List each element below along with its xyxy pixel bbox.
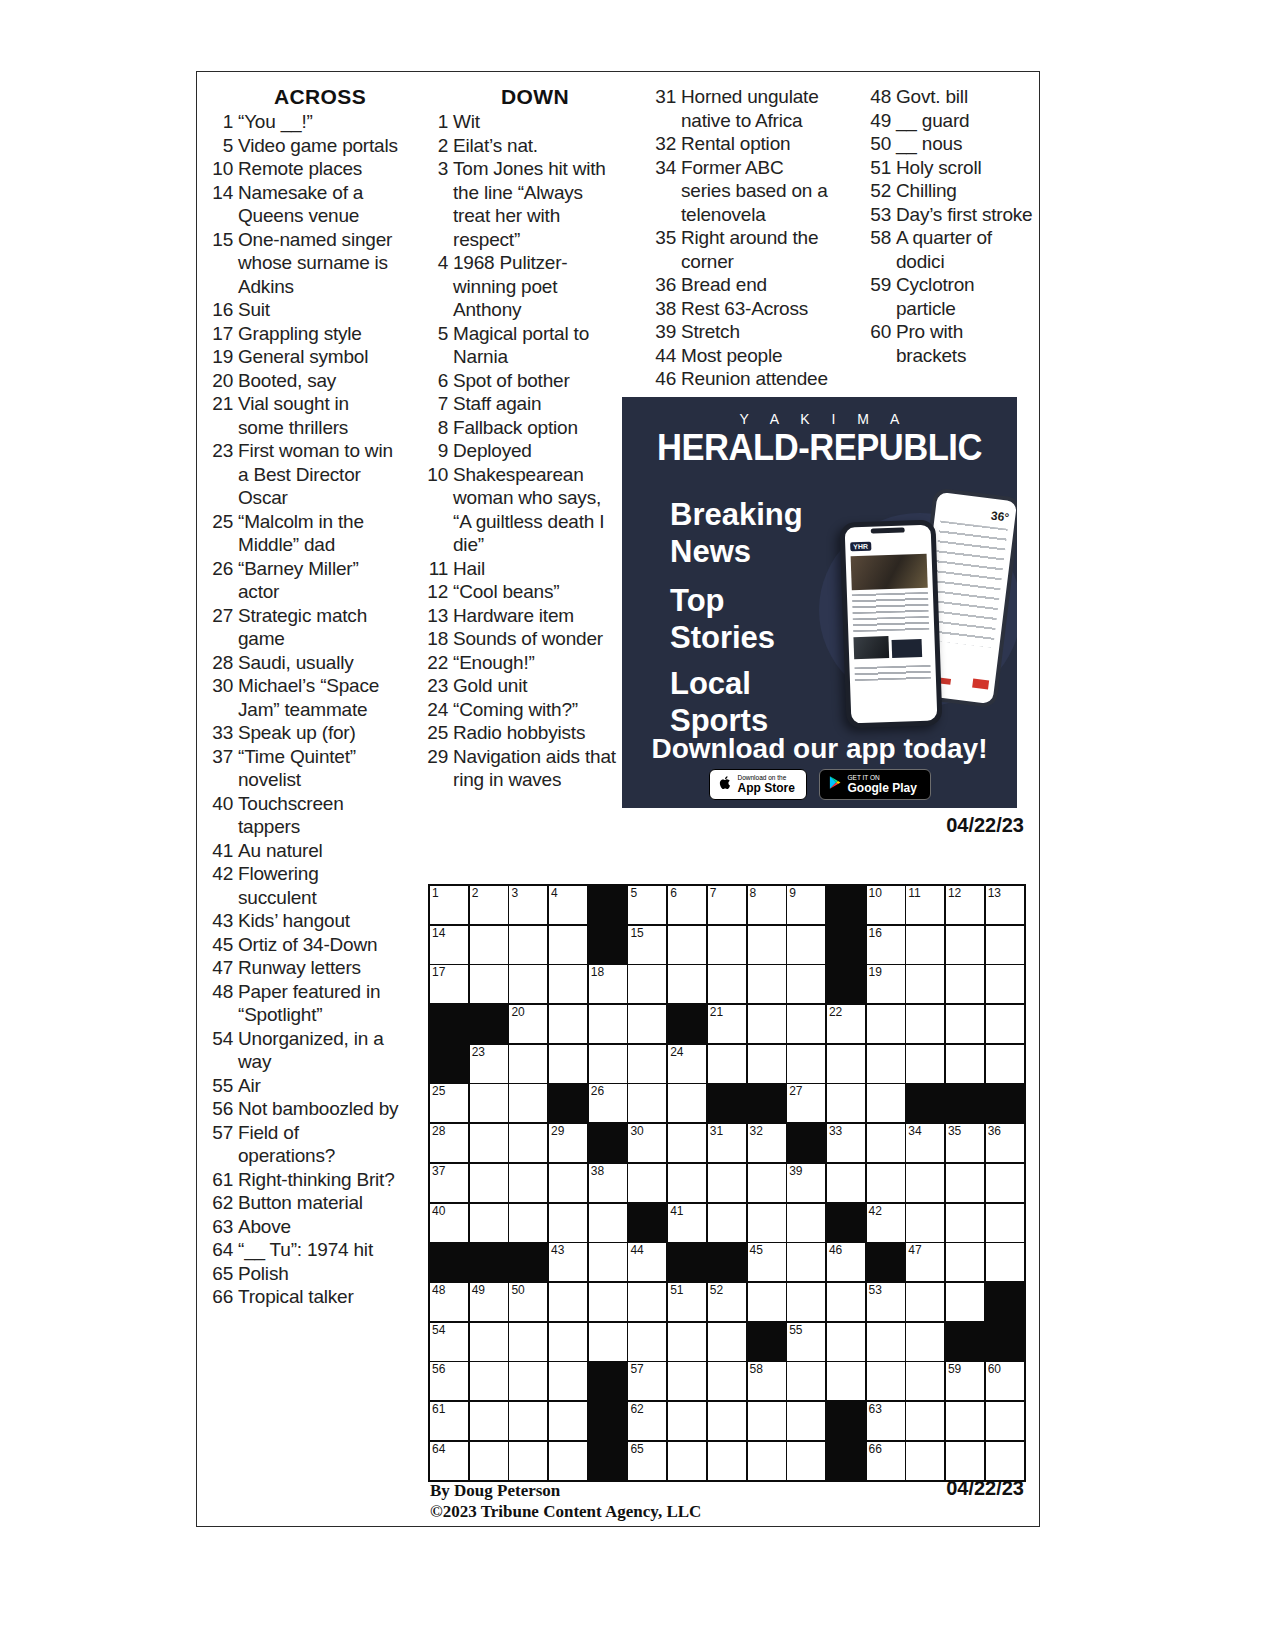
- clue-number: 62: [202, 1191, 238, 1215]
- cell-number: 34: [908, 1124, 921, 1138]
- grid-cell[interactable]: [549, 1442, 587, 1480]
- cell-number: 49: [472, 1283, 485, 1297]
- clue: 36Bread end: [645, 273, 837, 297]
- grid-cell[interactable]: 46: [827, 1243, 865, 1281]
- clue: 50__ nous: [860, 132, 1038, 156]
- clue-text: Reunion attendee: [681, 367, 837, 391]
- grid-cell[interactable]: 49: [470, 1283, 508, 1321]
- grid-cell[interactable]: 31: [708, 1124, 746, 1162]
- grid-cell[interactable]: 45: [748, 1243, 786, 1281]
- grid-cell[interactable]: 2: [470, 886, 508, 924]
- grid-cell[interactable]: 35: [946, 1124, 984, 1162]
- clue: 31Horned ungulate native to Africa: [645, 85, 837, 132]
- grid-cell[interactable]: [867, 1164, 905, 1202]
- clue: 21Vial sought in some thrillers: [202, 392, 399, 439]
- cell-number: 59: [948, 1362, 961, 1376]
- clue-text: Suit: [238, 298, 399, 322]
- grid-cell[interactable]: [470, 1164, 508, 1202]
- grid-cell[interactable]: 41: [668, 1204, 706, 1242]
- phone-mockup-news: YHR: [839, 519, 942, 728]
- clue: 3Tom Jones hit with the line “Always tre…: [417, 157, 616, 251]
- grid-cell[interactable]: [628, 1283, 666, 1321]
- grid-cell[interactable]: [748, 965, 786, 1003]
- clue-number: 37: [202, 745, 238, 769]
- grid-cell[interactable]: [787, 1204, 825, 1242]
- grid-cell[interactable]: [906, 965, 944, 1003]
- clue: 45Ortiz of 34-Down: [202, 933, 399, 957]
- grid-cell[interactable]: 24: [668, 1045, 706, 1083]
- clue: 7Staff again: [417, 392, 616, 416]
- grid-cell[interactable]: [906, 926, 944, 964]
- grid-cell[interactable]: 38: [589, 1164, 627, 1202]
- clue-number: 26: [202, 557, 238, 581]
- clue: 8Fallback option: [417, 416, 616, 440]
- grid-cell[interactable]: 28: [430, 1124, 468, 1162]
- grid-cell[interactable]: 57: [628, 1362, 666, 1400]
- grid-cell-black: [430, 1243, 468, 1281]
- grid-cell[interactable]: 18: [589, 965, 627, 1003]
- cell-number: 29: [551, 1124, 564, 1138]
- grid-cell[interactable]: 42: [867, 1204, 905, 1242]
- grid-cell[interactable]: 47: [906, 1243, 944, 1281]
- clue: 63Above: [202, 1215, 399, 1239]
- grid-cell[interactable]: 11: [906, 886, 944, 924]
- clue: 58A quarter of dodici: [860, 226, 1038, 273]
- grid-cell[interactable]: [986, 1442, 1024, 1480]
- grid-cell[interactable]: [668, 965, 706, 1003]
- grid-cell[interactable]: [748, 1283, 786, 1321]
- clue-text: Tom Jones hit with the line “Always trea…: [453, 157, 616, 251]
- grid-cell[interactable]: [748, 1204, 786, 1242]
- clue-number: 22: [417, 651, 453, 675]
- grid-cell[interactable]: [668, 1124, 706, 1162]
- grid-cell[interactable]: [549, 1045, 587, 1083]
- clue-text: Field of operations?: [238, 1121, 399, 1168]
- grid-cell[interactable]: [668, 1323, 706, 1361]
- grid-cell[interactable]: [708, 1045, 746, 1083]
- grid-cell[interactable]: [668, 1362, 706, 1400]
- grid-cell[interactable]: 27: [787, 1084, 825, 1122]
- grid-cell[interactable]: [470, 1402, 508, 1440]
- grid-cell[interactable]: [668, 1402, 706, 1440]
- grid-cell[interactable]: [946, 1204, 984, 1242]
- grid-cell[interactable]: [787, 1283, 825, 1321]
- grid-cell[interactable]: 37: [430, 1164, 468, 1202]
- grid-cell[interactable]: 48: [430, 1283, 468, 1321]
- grid-cell[interactable]: [986, 1402, 1024, 1440]
- grid-cell[interactable]: 30: [628, 1124, 666, 1162]
- grid-cell[interactable]: [708, 965, 746, 1003]
- clue-text: Strategic match game: [238, 604, 399, 651]
- grid-cell[interactable]: [470, 1124, 508, 1162]
- grid-cell[interactable]: 63: [867, 1402, 905, 1440]
- grid-cell-black: [549, 1084, 587, 1122]
- grid-cell[interactable]: [589, 1045, 627, 1083]
- grid-cell[interactable]: [906, 1005, 944, 1043]
- grid-cell[interactable]: 20: [509, 1005, 547, 1043]
- clue: 56Not bamboozled by: [202, 1097, 399, 1121]
- grid-cell[interactable]: [906, 1164, 944, 1202]
- grid-cell[interactable]: [946, 1283, 984, 1321]
- clue: 41968 Pulitzer-winning poet Anthony: [417, 251, 616, 322]
- grid-cell[interactable]: 40: [430, 1204, 468, 1242]
- grid-cell[interactable]: [549, 926, 587, 964]
- clue-number: 25: [417, 721, 453, 745]
- grid-cell[interactable]: 13: [986, 886, 1024, 924]
- grid-cell[interactable]: [470, 1084, 508, 1122]
- clue: 43Kids’ hangout: [202, 909, 399, 933]
- grid-cell[interactable]: [549, 1323, 587, 1361]
- grid-cell[interactable]: 51: [668, 1283, 706, 1321]
- grid-cell[interactable]: [628, 965, 666, 1003]
- grid-cell[interactable]: [986, 926, 1024, 964]
- grid-cell[interactable]: [668, 1442, 706, 1480]
- clue: 23Gold unit: [417, 674, 616, 698]
- grid-cell[interactable]: [549, 1005, 587, 1043]
- grid-cell[interactable]: [509, 1164, 547, 1202]
- grid-cell[interactable]: [787, 1005, 825, 1043]
- grid-cell[interactable]: [509, 1442, 547, 1480]
- grid-cell[interactable]: 64: [430, 1442, 468, 1480]
- grid-cell[interactable]: 62: [628, 1402, 666, 1440]
- grid-cell[interactable]: [787, 1402, 825, 1440]
- grid-cell[interactable]: [509, 926, 547, 964]
- grid-cell[interactable]: [867, 1323, 905, 1361]
- grid-cell[interactable]: [787, 926, 825, 964]
- clue: 46Reunion attendee: [645, 367, 837, 391]
- clue-text: Button material: [238, 1191, 399, 1215]
- grid-cell[interactable]: 58: [748, 1362, 786, 1400]
- clue: 44Most people: [645, 344, 837, 368]
- grid-cell[interactable]: [549, 1164, 587, 1202]
- grid-cell[interactable]: 44: [628, 1243, 666, 1281]
- grid-cell[interactable]: 10: [867, 886, 905, 924]
- grid-cell[interactable]: 60: [986, 1362, 1024, 1400]
- clue-number: 10: [417, 463, 453, 487]
- ad-brand-city: Y A K I M A: [622, 411, 1017, 427]
- clue: 61Right-thinking Brit?: [202, 1168, 399, 1192]
- ad-feature-top-stories: Top Stories: [670, 582, 830, 656]
- grid-cell[interactable]: [906, 1323, 944, 1361]
- clue-text: “Time Quintet” novelist: [238, 745, 399, 792]
- grid-cell[interactable]: [668, 1164, 706, 1202]
- grid-cell[interactable]: [946, 1243, 984, 1281]
- clue-text: Most people: [681, 344, 837, 368]
- clue-number: 23: [417, 674, 453, 698]
- grid-cell[interactable]: [509, 1402, 547, 1440]
- clue-number: 32: [645, 132, 681, 156]
- cell-number: 11: [908, 886, 920, 900]
- grid-cell[interactable]: [906, 1204, 944, 1242]
- grid-cell[interactable]: [867, 1084, 905, 1122]
- grid-cell[interactable]: [946, 1402, 984, 1440]
- grid-cell[interactable]: [986, 1005, 1024, 1043]
- grid-cell[interactable]: [787, 965, 825, 1003]
- grid-cell[interactable]: [708, 926, 746, 964]
- grid-cell[interactable]: [946, 965, 984, 1003]
- grid-cell[interactable]: [986, 965, 1024, 1003]
- grid-cell[interactable]: [787, 1045, 825, 1083]
- grid-cell[interactable]: 26: [589, 1084, 627, 1122]
- clue-number: 10: [202, 157, 238, 181]
- puzzle-date-top: 04/22/23: [824, 814, 1024, 837]
- grid-cell[interactable]: [946, 1045, 984, 1083]
- grid-cell[interactable]: 8: [748, 886, 786, 924]
- grid-cell[interactable]: 15: [628, 926, 666, 964]
- clue: 23First woman to win a Best Director Osc…: [202, 439, 399, 510]
- grid-cell[interactable]: [787, 1362, 825, 1400]
- grid-cell[interactable]: 32: [748, 1124, 786, 1162]
- grid-cell-black: [986, 1323, 1024, 1361]
- app-advertisement: Y A K I M A HERALD-REPUBLIC Breaking New…: [622, 397, 1017, 808]
- grid-cell[interactable]: [748, 1045, 786, 1083]
- grid-cell[interactable]: [470, 1442, 508, 1480]
- grid-cell[interactable]: 4: [549, 886, 587, 924]
- clue-text: Flowering succulent: [238, 862, 399, 909]
- grid-cell[interactable]: [906, 1402, 944, 1440]
- grid-cell[interactable]: 14: [430, 926, 468, 964]
- grid-cell[interactable]: 50: [509, 1283, 547, 1321]
- store-badges: Download on the App Store GET IT ON Goog…: [622, 769, 1017, 800]
- clue-text: Au naturel: [238, 839, 399, 863]
- clue: 5Magical portal to Narnia: [417, 322, 616, 369]
- grid-cell[interactable]: [589, 1323, 627, 1361]
- clue-text: Deployed: [453, 439, 616, 463]
- grid-cell[interactable]: [867, 1045, 905, 1083]
- grid-cell[interactable]: 54: [430, 1323, 468, 1361]
- grid-cell[interactable]: [708, 1323, 746, 1361]
- grid-cell[interactable]: [986, 1045, 1024, 1083]
- cell-number: 37: [432, 1164, 445, 1178]
- clue-number: 48: [860, 85, 896, 109]
- clue-number: 3: [417, 157, 453, 181]
- clue-number: 30: [202, 674, 238, 698]
- clue-text: Magical portal to Narnia: [453, 322, 616, 369]
- grid-cell[interactable]: [628, 1045, 666, 1083]
- grid-cell[interactable]: [708, 1204, 746, 1242]
- grid-cell[interactable]: [549, 1204, 587, 1242]
- cell-number: 14: [432, 926, 445, 940]
- clue-number: 4: [417, 251, 453, 275]
- grid-cell[interactable]: [628, 1005, 666, 1043]
- clue-number: 56: [202, 1097, 238, 1121]
- grid-cell[interactable]: [509, 1362, 547, 1400]
- grid-cell[interactable]: [708, 1442, 746, 1480]
- clue-text: __ guard: [896, 109, 1038, 133]
- grid-cell[interactable]: 33: [827, 1124, 865, 1162]
- grid-cell[interactable]: [867, 1005, 905, 1043]
- clue: 16Suit: [202, 298, 399, 322]
- grid-cell[interactable]: 5: [628, 886, 666, 924]
- grid-cell[interactable]: [549, 1362, 587, 1400]
- clue-number: 64: [202, 1238, 238, 1262]
- grid-cell[interactable]: [867, 1362, 905, 1400]
- grid-cell[interactable]: 1: [430, 886, 468, 924]
- clue-number: 55: [202, 1074, 238, 1098]
- grid-cell[interactable]: [906, 1045, 944, 1083]
- grid-cell[interactable]: 56: [430, 1362, 468, 1400]
- clue: 32Rental option: [645, 132, 837, 156]
- grid-cell[interactable]: [946, 926, 984, 964]
- grid-cell[interactable]: [708, 1164, 746, 1202]
- grid-cell[interactable]: 55: [787, 1323, 825, 1361]
- grid-cell[interactable]: [827, 1084, 865, 1122]
- grid-cell[interactable]: [946, 1164, 984, 1202]
- grid-cell[interactable]: [589, 1243, 627, 1281]
- app-store-badge-big-text: App Store: [738, 782, 795, 794]
- grid-cell[interactable]: [748, 1442, 786, 1480]
- grid-cell[interactable]: 36: [986, 1124, 1024, 1162]
- grid-cell[interactable]: 59: [946, 1362, 984, 1400]
- grid-cell[interactable]: [668, 1084, 706, 1122]
- grid-cell[interactable]: 52: [708, 1283, 746, 1321]
- grid-cell[interactable]: 34: [906, 1124, 944, 1162]
- grid-cell[interactable]: 12: [946, 886, 984, 924]
- clue-text: Horned ungulate native to Africa: [681, 85, 837, 132]
- grid-cell[interactable]: [708, 1362, 746, 1400]
- cell-number: 18: [591, 965, 604, 979]
- grid-cell[interactable]: [470, 1204, 508, 1242]
- grid-cell[interactable]: [509, 1045, 547, 1083]
- cell-number: 51: [670, 1283, 683, 1297]
- grid-cell[interactable]: 39: [787, 1164, 825, 1202]
- grid-cell[interactable]: [906, 1362, 944, 1400]
- grid-cell[interactable]: [906, 1283, 944, 1321]
- grid-cell[interactable]: [628, 1323, 666, 1361]
- clue-text: Air: [238, 1074, 399, 1098]
- grid-cell[interactable]: 66: [867, 1442, 905, 1480]
- grid-cell[interactable]: 53: [867, 1283, 905, 1321]
- clue-text: “Coming with?”: [453, 698, 616, 722]
- grid-cell[interactable]: [986, 1164, 1024, 1202]
- grid-cell[interactable]: 17: [430, 965, 468, 1003]
- clue-text: Paper featured in “Spotlight”: [238, 980, 399, 1027]
- grid-cell[interactable]: 16: [867, 926, 905, 964]
- grid-cell[interactable]: 19: [867, 965, 905, 1003]
- grid-cell[interactable]: [628, 1164, 666, 1202]
- cell-number: 13: [988, 886, 1001, 900]
- clue: 66Tropical talker: [202, 1285, 399, 1309]
- grid-cell[interactable]: [946, 1005, 984, 1043]
- clue: 17Grappling style: [202, 322, 399, 346]
- clue-number: 17: [202, 322, 238, 346]
- grid-cell[interactable]: 65: [628, 1442, 666, 1480]
- grid-cell[interactable]: 21: [708, 1005, 746, 1043]
- clue: 27Strategic match game: [202, 604, 399, 651]
- clue-number: 41: [202, 839, 238, 863]
- byline: By Doug Peterson: [430, 1481, 560, 1501]
- grid-cell-black: [589, 1442, 627, 1480]
- grid-cell[interactable]: [509, 1323, 547, 1361]
- grid-cell[interactable]: [906, 1442, 944, 1480]
- grid-cell[interactable]: [986, 1243, 1024, 1281]
- grid-cell[interactable]: [509, 965, 547, 1003]
- grid-cell[interactable]: 23: [470, 1045, 508, 1083]
- grid-cell[interactable]: [787, 1442, 825, 1480]
- copyright: ©2023 Tribune Content Agency, LLC: [430, 1502, 701, 1522]
- clue: 48Paper featured in “Spotlight”: [202, 980, 399, 1027]
- grid-cell[interactable]: [668, 926, 706, 964]
- grid-cell[interactable]: 3: [509, 886, 547, 924]
- clue: 38Rest 63-Across: [645, 297, 837, 321]
- grid-cell[interactable]: [708, 1402, 746, 1440]
- cell-number: 47: [908, 1243, 921, 1257]
- grid-cell[interactable]: 61: [430, 1402, 468, 1440]
- grid-cell[interactable]: 29: [549, 1124, 587, 1162]
- cell-number: 43: [551, 1243, 564, 1257]
- temperature-label: 36°: [990, 509, 1010, 525]
- cell-number: 3: [511, 886, 518, 900]
- grid-cell[interactable]: [827, 1323, 865, 1361]
- grid-cell[interactable]: [748, 1005, 786, 1043]
- grid-cell[interactable]: [827, 1045, 865, 1083]
- clue-number: 44: [645, 344, 681, 368]
- clue: 11Hail: [417, 557, 616, 581]
- grid-cell[interactable]: 43: [549, 1243, 587, 1281]
- grid-cell[interactable]: [787, 1243, 825, 1281]
- clue-number: 27: [202, 604, 238, 628]
- grid-cell[interactable]: 6: [668, 886, 706, 924]
- grid-cell[interactable]: [986, 1204, 1024, 1242]
- grid-cell[interactable]: [549, 965, 587, 1003]
- grid-cell[interactable]: 9: [787, 886, 825, 924]
- grid-cell[interactable]: [827, 1283, 865, 1321]
- down-clue-list-2: 31Horned ungulate native to Africa32Rent…: [645, 85, 837, 391]
- grid-cell[interactable]: [748, 926, 786, 964]
- grid-cell[interactable]: [589, 1204, 627, 1242]
- grid-cell[interactable]: [549, 1402, 587, 1440]
- clue: 13Hardware item: [417, 604, 616, 628]
- grid-cell[interactable]: [470, 1323, 508, 1361]
- clue-number: 36: [645, 273, 681, 297]
- grid-cell[interactable]: [509, 1084, 547, 1122]
- clue: 6Spot of bother: [417, 369, 616, 393]
- grid-cell-black: [509, 1243, 547, 1281]
- grid-cell[interactable]: [589, 1283, 627, 1321]
- clue-number: 42: [202, 862, 238, 886]
- grid-cell[interactable]: [748, 1164, 786, 1202]
- grid-cell[interactable]: [748, 1402, 786, 1440]
- grid-cell[interactable]: 22: [827, 1005, 865, 1043]
- grid-cell[interactable]: [946, 1442, 984, 1480]
- google-play-badge[interactable]: GET IT ON Google Play: [819, 769, 931, 800]
- clue: 25“Malcolm in the Middle” dad: [202, 510, 399, 557]
- grid-cell[interactable]: [470, 1362, 508, 1400]
- grid-cell[interactable]: [827, 1362, 865, 1400]
- grid-cell[interactable]: [867, 1124, 905, 1162]
- clue-text: First woman to win a Best Director Oscar: [238, 439, 399, 510]
- grid-cell[interactable]: [628, 1084, 666, 1122]
- clue-number: 20: [202, 369, 238, 393]
- cell-number: 21: [710, 1005, 723, 1019]
- clue-number: 49: [860, 109, 896, 133]
- grid-cell[interactable]: [509, 1204, 547, 1242]
- grid-cell[interactable]: 7: [708, 886, 746, 924]
- clue-text: Grappling style: [238, 322, 399, 346]
- grid-cell[interactable]: [470, 965, 508, 1003]
- clue-number: 11: [417, 557, 453, 581]
- grid-cell[interactable]: [827, 1164, 865, 1202]
- clue-text: Remote places: [238, 157, 399, 181]
- grid-cell[interactable]: [509, 1124, 547, 1162]
- clue: 5Video game portals: [202, 134, 399, 158]
- crossword-page: ACROSS 1“You __!”5Video game portals10Re…: [0, 0, 1265, 1638]
- app-store-badge[interactable]: Download on the App Store: [709, 769, 807, 800]
- grid-cell[interactable]: [589, 1005, 627, 1043]
- grid-cell[interactable]: 25: [430, 1084, 468, 1122]
- grid-cell[interactable]: [549, 1283, 587, 1321]
- grid-cell[interactable]: [470, 926, 508, 964]
